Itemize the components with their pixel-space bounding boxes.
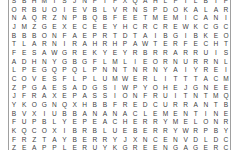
grid-cell: N: [59, 14, 69, 23]
grid-cell: L: [150, 75, 160, 84]
grid-cell: A: [120, 110, 130, 119]
grid-cell: G: [59, 58, 69, 67]
grid-cell: C: [201, 40, 211, 49]
grid-cell: F: [110, 101, 120, 110]
grid-cell: A: [130, 40, 140, 49]
word-search-page: SBHMISJNFIFXQAHLFILBIPORBUOIEVBLVRNSPDOK…: [0, 0, 235, 150]
grid-cell: T: [110, 32, 120, 41]
grid-cell: N: [211, 58, 221, 67]
grid-cell: P: [19, 84, 29, 93]
grid-cell: L: [140, 110, 150, 119]
grid-cell: A: [191, 6, 201, 15]
grid-cell: B: [19, 32, 29, 41]
grid-cell: T: [9, 40, 19, 49]
grid-cell: R: [191, 49, 201, 58]
grid-cell: N: [110, 110, 120, 119]
grid-cell: W: [181, 23, 191, 32]
grid-cell: E: [80, 49, 90, 58]
grid-cell: I: [211, 49, 221, 58]
grid-cell: H: [120, 23, 130, 32]
grid-cell: P: [90, 32, 100, 41]
grid-cell: R: [140, 75, 150, 84]
grid-cell: E: [140, 58, 150, 67]
grid-cell: R: [100, 40, 110, 49]
grid-cell: O: [170, 6, 180, 15]
grid-cell: H: [80, 101, 90, 110]
grid-cell: L: [201, 6, 211, 15]
grid-cell: C: [9, 75, 19, 84]
grid-cell: U: [49, 110, 59, 119]
grid-cell: I: [59, 6, 69, 15]
grid-cell: P: [90, 66, 100, 75]
grid-cell: R: [191, 58, 201, 67]
grid-cell: X: [29, 110, 39, 119]
grid-cell: E: [70, 118, 80, 127]
grid-cell: T: [191, 75, 201, 84]
grid-cell: O: [150, 58, 160, 67]
grid-cell: T: [181, 92, 191, 101]
grid-cell: Z: [9, 84, 19, 93]
grid-cell: R: [19, 6, 29, 15]
grid-cell: C: [221, 136, 231, 145]
grid-cell: Y: [160, 118, 170, 127]
grid-cell: C: [130, 23, 140, 32]
grid-cell: I: [201, 110, 211, 119]
grid-cell: I: [110, 92, 120, 101]
grid-cell: L: [49, 118, 59, 127]
grid-cell: A: [39, 84, 49, 93]
grid-cell: P: [80, 75, 90, 84]
grid-cell: A: [181, 144, 191, 150]
grid-cell: H: [120, 118, 130, 127]
grid-cell: R: [140, 66, 150, 75]
grid-cell: Q: [221, 92, 231, 101]
grid-cell: S: [59, 84, 69, 93]
grid-cell: I: [221, 66, 231, 75]
grid-cell: R: [170, 101, 180, 110]
grid-cell: N: [191, 92, 201, 101]
grid-cell: B: [90, 101, 100, 110]
grid-cell: R: [160, 58, 170, 67]
grid-cell: U: [100, 75, 110, 84]
grid-cell: I: [181, 14, 191, 23]
grid-cell: U: [90, 144, 100, 150]
grid-cell: Y: [221, 127, 231, 136]
grid-cell: G: [191, 84, 201, 93]
grid-cell: K: [181, 6, 191, 15]
grid-cell: N: [130, 66, 140, 75]
grid-cell: R: [19, 136, 29, 145]
grid-cell: K: [90, 49, 100, 58]
grid-cell: E: [150, 110, 160, 119]
grid-cell: O: [39, 32, 49, 41]
grid-cell: A: [140, 32, 150, 41]
grid-cell: R: [211, 144, 221, 150]
grid-cell: E: [181, 118, 191, 127]
grid-cell: J: [9, 92, 19, 101]
grid-cell: G: [39, 101, 49, 110]
grid-cell: Y: [59, 118, 69, 127]
grid-cell: R: [221, 118, 231, 127]
grid-cell: S: [140, 6, 150, 15]
grid-cell: F: [9, 136, 19, 145]
grid-cell: W: [181, 127, 191, 136]
grid-cell: M: [19, 23, 29, 32]
grid-cell: J: [120, 136, 130, 145]
grid-cell: N: [110, 66, 120, 75]
grid-cell: E: [29, 66, 39, 75]
grid-cell: P: [120, 40, 130, 49]
grid-cell: P: [49, 144, 59, 150]
grid-cell: P: [150, 6, 160, 15]
grid-cell: I: [110, 84, 120, 93]
grid-cell: E: [160, 14, 170, 23]
grid-cell: O: [120, 92, 130, 101]
grid-cell: N: [150, 66, 160, 75]
grid-cell: A: [39, 92, 49, 101]
grid-cell: Y: [49, 58, 59, 67]
grid-cell: B: [29, 32, 39, 41]
grid-cell: E: [49, 23, 59, 32]
grid-cell: O: [19, 75, 29, 84]
grid-cell: R: [160, 23, 170, 32]
grid-cell: F: [90, 58, 100, 67]
grid-cell: G: [170, 32, 180, 41]
grid-cell: E: [130, 14, 140, 23]
grid-cell: M: [150, 14, 160, 23]
grid-cell: M: [221, 75, 231, 84]
grid-cell: C: [80, 23, 90, 32]
grid-cell: Q: [19, 127, 29, 136]
grid-cell: C: [150, 136, 160, 145]
grid-cell: A: [9, 58, 19, 67]
grid-cell: V: [181, 136, 191, 145]
grid-cell: E: [130, 118, 140, 127]
grid-cell: B: [100, 101, 110, 110]
grid-cell: C: [150, 101, 160, 110]
grid-cell: E: [80, 136, 90, 145]
grid-cell: K: [110, 144, 120, 150]
grid-cell: N: [49, 32, 59, 41]
grid-cell: T: [211, 101, 221, 110]
grid-cell: A: [19, 14, 29, 23]
grid-cell: R: [201, 66, 211, 75]
grid-cell: B: [211, 127, 221, 136]
grid-cell: V: [29, 75, 39, 84]
grid-cell: E: [201, 144, 211, 150]
grid-cell: E: [70, 6, 80, 15]
grid-cell: R: [191, 127, 201, 136]
grid-cell: I: [39, 110, 49, 119]
grid-cell: S: [90, 92, 100, 101]
grid-cell: W: [120, 84, 130, 93]
grid-cell: L: [80, 66, 90, 75]
grid-cell: A: [70, 32, 80, 41]
grid-cell: C: [110, 118, 120, 127]
grid-cell: D: [19, 58, 29, 67]
grid-cell: A: [201, 75, 211, 84]
grid-cell: R: [130, 144, 140, 150]
grid-cell: B: [100, 14, 110, 23]
grid-cell: B: [90, 127, 100, 136]
grid-cell: Q: [90, 14, 100, 23]
grid-cell: V: [80, 6, 90, 15]
grid-cell: R: [39, 14, 49, 23]
grid-cell: N: [201, 84, 211, 93]
grid-cell: X: [59, 23, 69, 32]
grid-cell: L: [100, 6, 110, 15]
grid-cell: M: [170, 14, 180, 23]
grid-cell: L: [70, 75, 80, 84]
grid-cell: U: [181, 58, 191, 67]
grid-cell: P: [201, 127, 211, 136]
grid-cell: E: [221, 84, 231, 93]
grid-cell: B: [191, 32, 201, 41]
grid-cell: E: [19, 49, 29, 58]
grid-cell: A: [211, 6, 221, 15]
grid-cell: A: [39, 49, 49, 58]
grid-cell: G: [90, 84, 100, 93]
grid-cell: F: [181, 40, 191, 49]
grid-cell: H: [110, 40, 120, 49]
grid-cell: R: [80, 127, 90, 136]
grid-cell: G: [120, 144, 130, 150]
grid-cell: B: [140, 49, 150, 58]
grid-cell: I: [181, 32, 191, 41]
grid-cell: T: [120, 66, 130, 75]
grid-cell: E: [211, 84, 221, 93]
grid-cell: T: [201, 92, 211, 101]
grid-cell: Y: [140, 84, 150, 93]
grid-cell: B: [160, 32, 170, 41]
grid-cell: L: [120, 58, 130, 67]
grid-cell: J: [9, 23, 19, 32]
grid-cell: O: [201, 118, 211, 127]
grid-cell: Y: [170, 127, 180, 136]
grid-cell: L: [59, 144, 69, 150]
grid-cell: O: [221, 32, 231, 41]
grid-cell: C: [201, 23, 211, 32]
grid-cell: T: [130, 32, 140, 41]
grid-cell: I: [160, 75, 170, 84]
grid-cell: I: [170, 92, 180, 101]
grid-cell: D: [120, 32, 130, 41]
grid-cell: R: [150, 127, 160, 136]
grid-cell: F: [110, 14, 120, 23]
grid-cell: P: [80, 118, 90, 127]
grid-cell: C: [150, 23, 160, 32]
grid-cell: T: [140, 14, 150, 23]
grid-cell: P: [39, 144, 49, 150]
grid-cell: I: [130, 58, 140, 67]
grid-cell: E: [39, 75, 49, 84]
grid-cell: R: [70, 40, 80, 49]
grid-cell: R: [181, 49, 191, 58]
grid-cell: D: [191, 136, 201, 145]
grid-cell: T: [221, 40, 231, 49]
grid-cell: P: [29, 118, 39, 127]
grid-cell: R: [150, 92, 160, 101]
grid-cell: Y: [120, 49, 130, 58]
grid-cell: N: [140, 136, 150, 145]
grid-cell: N: [181, 110, 191, 119]
grid-cell: U: [19, 118, 29, 127]
grid-cell: Y: [110, 136, 120, 145]
grid-cell: Y: [59, 136, 69, 145]
grid-cell: U: [39, 6, 49, 15]
grid-cell: S: [100, 84, 110, 93]
grid-cell: D: [160, 6, 170, 15]
grid-cell: E: [59, 92, 69, 101]
grid-cell: N: [90, 110, 100, 119]
grid-cell: E: [211, 66, 221, 75]
grid-cell: O: [49, 6, 59, 15]
grid-cell: W: [49, 49, 59, 58]
grid-cell: T: [39, 136, 49, 145]
grid-cell: E: [170, 110, 180, 119]
grid-cell: S: [49, 75, 59, 84]
grid-cell: G: [39, 23, 49, 32]
grid-cell: R: [221, 6, 231, 15]
grid-cell: B: [70, 58, 80, 67]
grid-cell: Q: [29, 14, 39, 23]
grid-cell: N: [201, 101, 211, 110]
grid-cell: A: [201, 14, 211, 23]
grid-cell: R: [80, 144, 90, 150]
grid-cell: N: [160, 144, 170, 150]
grid-cell: G: [170, 144, 180, 150]
grid-cell: E: [80, 32, 90, 41]
grid-cell: Q: [70, 66, 80, 75]
grid-cell: R: [201, 58, 211, 67]
grid-cell: X: [70, 101, 80, 110]
grid-cell: B: [9, 32, 19, 41]
grid-cell: O: [9, 6, 19, 15]
grid-cell: C: [130, 110, 140, 119]
grid-cell: X: [49, 92, 59, 101]
grid-cell: N: [49, 40, 59, 49]
grid-cell: N: [49, 101, 59, 110]
grid-cell: N: [211, 110, 221, 119]
grid-cell: B: [29, 6, 39, 15]
grid-cell: U: [160, 92, 170, 101]
grid-cell: R: [100, 136, 110, 145]
grid-cell: R: [181, 101, 191, 110]
grid-cell: F: [9, 118, 19, 127]
grid-cell: E: [191, 40, 201, 49]
grid-cell: A: [80, 110, 90, 119]
grid-cell: Y: [191, 66, 201, 75]
grid-cell: Y: [100, 49, 110, 58]
grid-cell: A: [170, 49, 180, 58]
grid-cell: Y: [160, 66, 170, 75]
grid-cell: S: [100, 92, 110, 101]
grid-cell: T: [170, 75, 180, 84]
grid-cell: N: [130, 92, 140, 101]
grid-cell: P: [70, 14, 80, 23]
grid-cell: B: [90, 6, 100, 15]
grid-cell: M: [170, 118, 180, 127]
grid-cell: A: [29, 40, 39, 49]
grid-cell: E: [49, 84, 59, 93]
grid-cell: S: [221, 49, 231, 58]
grid-cell: L: [191, 118, 201, 127]
grid-cell: E: [160, 40, 170, 49]
grid-cell: L: [100, 58, 110, 67]
grid-cell: N: [211, 118, 221, 127]
grid-cell: F: [140, 92, 150, 101]
grid-cell: B: [70, 136, 80, 145]
grid-cell: H: [160, 84, 170, 93]
grid-cell: U: [201, 49, 211, 58]
grid-cell: O: [39, 127, 49, 136]
grid-cell: F: [59, 32, 69, 41]
grid-cell: E: [120, 14, 130, 23]
grid-cell: D: [140, 101, 150, 110]
grid-cell: U: [160, 101, 170, 110]
grid-cell: E: [170, 84, 180, 93]
grid-cell: F: [59, 75, 69, 84]
grid-cell: N: [130, 6, 140, 15]
grid-cell: R: [160, 49, 170, 58]
grid-cell: T: [150, 40, 160, 49]
grid-cell: B: [9, 110, 19, 119]
grid-cell: P: [70, 92, 80, 101]
grid-cell: A: [29, 144, 39, 150]
grid-cell: E: [130, 75, 140, 84]
grid-cell: N: [211, 14, 221, 23]
grid-cell: R: [90, 136, 100, 145]
grid-cell: I: [150, 32, 160, 41]
grid-cell: U: [110, 127, 120, 136]
grid-cell: M: [160, 110, 170, 119]
grid-cell: M: [110, 75, 120, 84]
grid-cell: B: [59, 110, 69, 119]
grid-cell: H: [211, 40, 221, 49]
grid-cell: E: [120, 127, 130, 136]
grid-cell: J: [181, 84, 191, 93]
grid-cell: B: [70, 110, 80, 119]
grid-cell: G: [211, 23, 221, 32]
grid-cell: C: [29, 127, 39, 136]
grid-cell: E: [90, 118, 100, 127]
grid-cell: E: [19, 144, 29, 150]
grid-cell: Q: [49, 66, 59, 75]
grid-cell: M: [110, 58, 120, 67]
grid-cell: R: [130, 49, 140, 58]
grid-cell: P: [19, 66, 29, 75]
grid-cell: A: [170, 66, 180, 75]
grid-cell: B: [80, 14, 90, 23]
grid-cell: N: [39, 58, 49, 67]
grid-cell: P: [59, 66, 69, 75]
grid-cell: R: [140, 23, 150, 32]
grid-cell: B: [130, 127, 140, 136]
grid-cell: C: [211, 75, 221, 84]
grid-cell: G: [59, 49, 69, 58]
grid-cell: X: [49, 127, 59, 136]
grid-cell: Y: [100, 144, 110, 150]
grid-cell: P: [130, 84, 140, 93]
grid-cell: N: [170, 136, 180, 145]
grid-cell: A: [49, 136, 59, 145]
grid-cell: E: [170, 23, 180, 32]
grid-cell: R: [150, 49, 160, 58]
grid-cell: R: [170, 40, 180, 49]
grid-cell: K: [201, 32, 211, 41]
grid-cell: A: [191, 101, 201, 110]
grid-cell: I: [221, 14, 231, 23]
